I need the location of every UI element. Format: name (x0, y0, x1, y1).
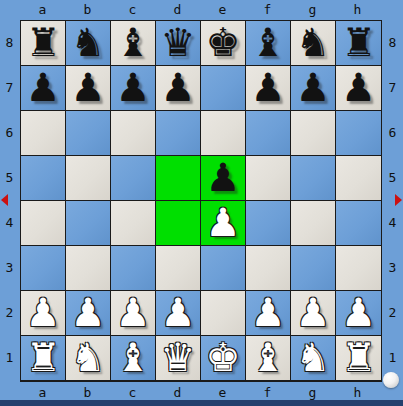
rank-label-left-2: 2 (0, 290, 19, 335)
piece-white-bishop-f1[interactable]: ♝ (246, 336, 290, 380)
square-d5[interactable] (156, 156, 201, 201)
piece-black-bishop-f8[interactable]: ♝ (246, 21, 290, 65)
square-d8[interactable]: ♛ (156, 21, 201, 66)
piece-black-rook-a8[interactable]: ♜ (21, 21, 65, 65)
piece-black-pawn-e5[interactable]: ♟ (201, 156, 245, 200)
square-c1[interactable]: ♝ (111, 336, 156, 381)
side-to-move-indicator (383, 372, 399, 388)
square-b3[interactable] (66, 246, 111, 291)
square-d7[interactable]: ♟ (156, 66, 201, 111)
rank-label-right-4: 4 (383, 200, 402, 245)
square-c6[interactable] (111, 111, 156, 156)
square-h2[interactable]: ♟ (336, 291, 381, 336)
piece-black-pawn-a7[interactable]: ♟ (21, 66, 65, 110)
file-label-top-c: c (110, 1, 155, 19)
square-h1[interactable]: ♜ (336, 336, 381, 381)
rank-label-left-3: 3 (0, 245, 19, 290)
file-label-top-g: g (290, 1, 335, 19)
square-b7[interactable]: ♟ (66, 66, 111, 111)
square-a5[interactable] (21, 156, 66, 201)
piece-white-pawn-d2[interactable]: ♟ (156, 291, 200, 335)
piece-black-pawn-d7[interactable]: ♟ (156, 66, 200, 110)
piece-white-knight-g1[interactable]: ♞ (291, 336, 335, 380)
piece-white-pawn-g2[interactable]: ♟ (291, 291, 335, 335)
square-g8[interactable]: ♞ (291, 21, 336, 66)
piece-black-rook-h8[interactable]: ♜ (336, 21, 381, 65)
piece-white-knight-b1[interactable]: ♞ (66, 336, 110, 380)
piece-black-pawn-f7[interactable]: ♟ (246, 66, 290, 110)
square-a7[interactable]: ♟ (21, 66, 66, 111)
square-a4[interactable] (21, 201, 66, 246)
piece-black-pawn-h7[interactable]: ♟ (336, 66, 381, 110)
piece-black-pawn-g7[interactable]: ♟ (291, 66, 335, 110)
piece-black-queen-d8[interactable]: ♛ (156, 21, 200, 65)
square-f6[interactable] (246, 111, 291, 156)
square-d6[interactable] (156, 111, 201, 156)
rank-label-right-8: 8 (383, 20, 402, 65)
file-label-top-h: h (335, 1, 380, 19)
square-g1[interactable]: ♞ (291, 336, 336, 381)
square-h5[interactable] (336, 156, 381, 201)
square-f2[interactable]: ♟ (246, 291, 291, 336)
square-g4[interactable] (291, 201, 336, 246)
square-e7[interactable] (201, 66, 246, 111)
square-g2[interactable]: ♟ (291, 291, 336, 336)
piece-white-pawn-a2[interactable]: ♟ (21, 291, 65, 335)
piece-black-pawn-b7[interactable]: ♟ (66, 66, 110, 110)
square-c5[interactable] (111, 156, 156, 201)
piece-white-pawn-f2[interactable]: ♟ (246, 291, 290, 335)
piece-white-queen-d1[interactable]: ♛ (156, 336, 200, 380)
square-f7[interactable]: ♟ (246, 66, 291, 111)
square-e8[interactable]: ♚ (201, 21, 246, 66)
rank-label-left-4: 4 (0, 200, 19, 245)
square-d1[interactable]: ♛ (156, 336, 201, 381)
file-label-top-a: a (20, 1, 65, 19)
square-c3[interactable] (111, 246, 156, 291)
square-f4[interactable] (246, 201, 291, 246)
rank-label-right-3: 3 (383, 245, 402, 290)
rank-label-left-6: 6 (0, 110, 19, 155)
square-f1[interactable]: ♝ (246, 336, 291, 381)
square-b2[interactable]: ♟ (66, 291, 111, 336)
file-label-top-d: d (155, 1, 200, 19)
square-b6[interactable] (66, 111, 111, 156)
square-e6[interactable] (201, 111, 246, 156)
square-e3[interactable] (201, 246, 246, 291)
square-e1[interactable]: ♚ (201, 336, 246, 381)
square-a6[interactable] (21, 111, 66, 156)
square-g3[interactable] (291, 246, 336, 291)
piece-white-pawn-b2[interactable]: ♟ (66, 291, 110, 335)
file-label-top-f: f (245, 1, 290, 19)
piece-white-rook-h1[interactable]: ♜ (336, 336, 381, 380)
square-f5[interactable] (246, 156, 291, 201)
square-e2[interactable] (201, 291, 246, 336)
rank-label-right-6: 6 (383, 110, 402, 155)
square-h4[interactable] (336, 201, 381, 246)
piece-black-knight-b8[interactable]: ♞ (66, 21, 110, 65)
piece-white-pawn-c2[interactable]: ♟ (111, 291, 155, 335)
rank-label-left-8: 8 (0, 20, 19, 65)
piece-white-rook-a1[interactable]: ♜ (21, 336, 65, 380)
square-d2[interactable]: ♟ (156, 291, 201, 336)
square-e5[interactable]: ♟ (201, 156, 246, 201)
piece-white-pawn-h2[interactable]: ♟ (336, 291, 381, 335)
square-b5[interactable] (66, 156, 111, 201)
square-h6[interactable] (336, 111, 381, 156)
square-c7[interactable]: ♟ (111, 66, 156, 111)
square-a8[interactable]: ♜ (21, 21, 66, 66)
square-d4[interactable] (156, 201, 201, 246)
piece-white-king-e1[interactable]: ♚ (201, 336, 245, 380)
square-a3[interactable] (21, 246, 66, 291)
chess-app-window: ♜♞♝♛♚♝♞♜♟♟♟♟♟♟♟♟♟♟♟♟♟♟♟♟♜♞♝♛♚♝♞♜ abcdefg… (0, 0, 403, 406)
file-label-top-e: e (200, 1, 245, 19)
square-a2[interactable]: ♟ (21, 291, 66, 336)
square-b8[interactable]: ♞ (66, 21, 111, 66)
file-label-top-b: b (65, 1, 110, 19)
piece-black-pawn-c7[interactable]: ♟ (111, 66, 155, 110)
rank-label-right-7: 7 (383, 65, 402, 110)
square-g7[interactable]: ♟ (291, 66, 336, 111)
square-d3[interactable] (156, 246, 201, 291)
rank-label-left-1: 1 (0, 335, 19, 380)
square-c8[interactable]: ♝ (111, 21, 156, 66)
piece-white-pawn-e4[interactable]: ♟ (201, 201, 245, 245)
square-g5[interactable] (291, 156, 336, 201)
square-h3[interactable] (336, 246, 381, 291)
square-b4[interactable] (66, 201, 111, 246)
square-c4[interactable] (111, 201, 156, 246)
square-a1[interactable]: ♜ (21, 336, 66, 381)
piece-black-knight-g8[interactable]: ♞ (291, 21, 335, 65)
piece-black-bishop-c8[interactable]: ♝ (111, 21, 155, 65)
square-f8[interactable]: ♝ (246, 21, 291, 66)
chess-board[interactable]: ♜♞♝♛♚♝♞♜♟♟♟♟♟♟♟♟♟♟♟♟♟♟♟♟♜♞♝♛♚♝♞♜ (20, 20, 382, 382)
window-bottom-edge (0, 400, 403, 406)
square-b1[interactable]: ♞ (66, 336, 111, 381)
board-center-marker-left-icon (1, 194, 8, 206)
rank-label-right-2: 2 (383, 290, 402, 335)
square-h8[interactable]: ♜ (336, 21, 381, 66)
rank-label-left-7: 7 (0, 65, 19, 110)
square-g6[interactable] (291, 111, 336, 156)
piece-black-king-e8[interactable]: ♚ (201, 21, 245, 65)
square-h7[interactable]: ♟ (336, 66, 381, 111)
square-f3[interactable] (246, 246, 291, 291)
board-center-marker-right-icon (395, 194, 402, 206)
square-e4[interactable]: ♟ (201, 201, 246, 246)
piece-white-bishop-c1[interactable]: ♝ (111, 336, 155, 380)
square-c2[interactable]: ♟ (111, 291, 156, 336)
